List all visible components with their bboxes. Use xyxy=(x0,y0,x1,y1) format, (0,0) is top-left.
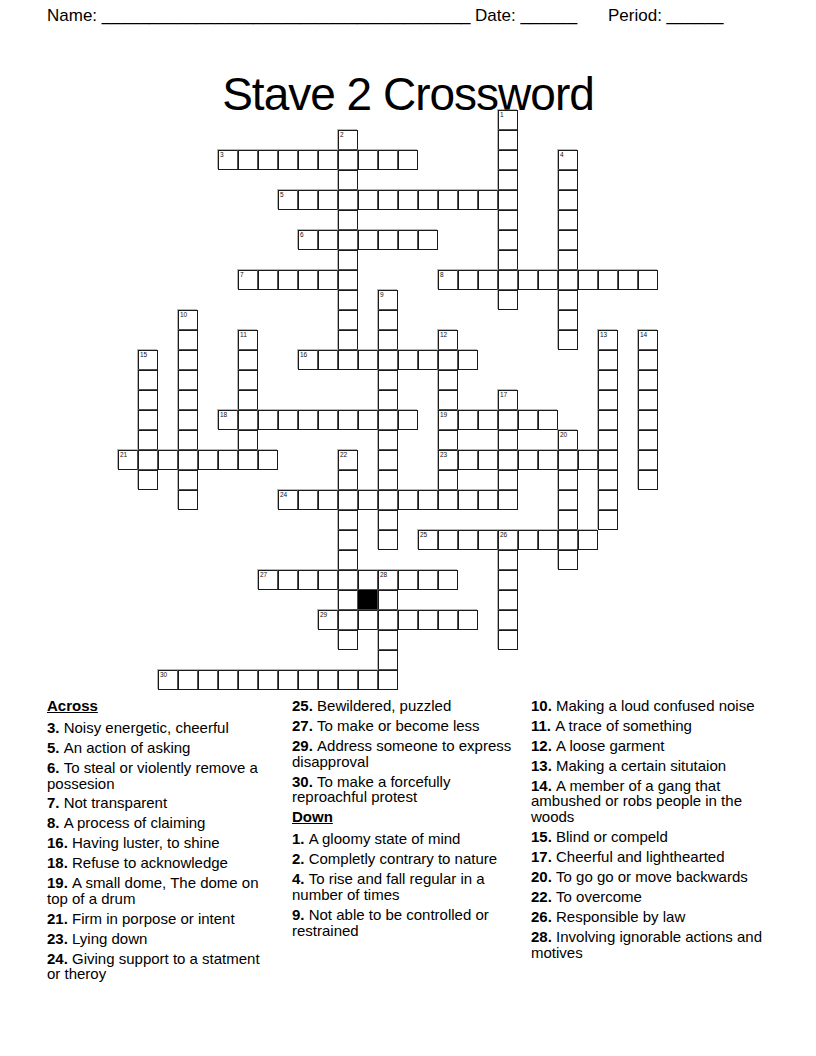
cell-r2c22[interactable]: 4 xyxy=(558,150,578,170)
cell-r18c16[interactable] xyxy=(438,470,458,490)
cell-r2c13[interactable] xyxy=(378,150,398,170)
cell-number-13: 13 xyxy=(600,331,607,338)
cell-r28c10[interactable] xyxy=(318,670,338,690)
cell-r17c6[interactable] xyxy=(238,450,258,470)
cell-r20c11[interactable] xyxy=(338,510,358,530)
clue-down-17: 17. Cheerful and lighthearted xyxy=(531,849,766,865)
cell-r15c3[interactable] xyxy=(178,410,198,430)
cell-r23c12[interactable] xyxy=(358,570,378,590)
cell-r8c20[interactable] xyxy=(518,270,538,290)
cell-r3c22[interactable] xyxy=(558,170,578,190)
cell-number-10: 10 xyxy=(180,311,187,318)
cell-r8c19[interactable] xyxy=(498,270,518,290)
cell-r28c12[interactable] xyxy=(358,670,378,690)
cell-r25c10[interactable]: 29 xyxy=(318,610,338,630)
cell-r18c1[interactable] xyxy=(138,470,158,490)
cell-r12c26[interactable] xyxy=(638,350,658,370)
clue-across-18: 18. Refuse to acknowledge xyxy=(47,855,269,871)
cell-r10c13[interactable] xyxy=(378,310,398,330)
cell-r2c6[interactable] xyxy=(238,150,258,170)
cell-r15c11[interactable] xyxy=(338,410,358,430)
cell-r10c22[interactable] xyxy=(558,310,578,330)
cell-r16c19[interactable] xyxy=(498,430,518,450)
cell-r17c1[interactable] xyxy=(138,450,158,470)
cell-r14c26[interactable] xyxy=(638,390,658,410)
cell-number-24: 24 xyxy=(280,491,287,498)
date-blank-line[interactable]: ______ xyxy=(520,6,577,25)
cell-number-18: 18 xyxy=(220,411,227,418)
cell-r8c10[interactable] xyxy=(318,270,338,290)
cell-r28c9[interactable] xyxy=(298,670,318,690)
cell-r19c22[interactable] xyxy=(558,490,578,510)
cell-r19c18[interactable] xyxy=(478,490,498,510)
cell-number-20: 20 xyxy=(560,431,567,438)
cell-r15c9[interactable] xyxy=(298,410,318,430)
cell-r14c3[interactable] xyxy=(178,390,198,410)
cell-r25c19[interactable] xyxy=(498,610,518,630)
cell-r19c3[interactable] xyxy=(178,490,198,510)
cell-r17c13[interactable] xyxy=(378,450,398,470)
clue-down-14: 14. A member of a gang that ambushed or … xyxy=(531,778,766,826)
cell-r21c13[interactable] xyxy=(378,530,398,550)
cell-number-9: 9 xyxy=(380,291,384,298)
cell-r19c9[interactable] xyxy=(298,490,318,510)
cell-r8c9[interactable] xyxy=(298,270,318,290)
cell-r19c12[interactable] xyxy=(358,490,378,510)
cell-r2c19[interactable] xyxy=(498,150,518,170)
cell-number-11: 11 xyxy=(240,331,247,338)
cell-r8c25[interactable] xyxy=(618,270,638,290)
cell-r28c13[interactable] xyxy=(378,670,398,690)
cell-r15c7[interactable] xyxy=(258,410,278,430)
cell-r6c22[interactable] xyxy=(558,230,578,250)
cell-number-3: 3 xyxy=(220,151,224,158)
cell-number-5: 5 xyxy=(280,191,284,198)
clue-down-1: 1. A gloomy state of mind xyxy=(292,831,520,847)
cell-r25c13[interactable] xyxy=(378,610,398,630)
clue-down-20: 20. To go go or move backwards xyxy=(531,869,766,885)
cell-r23c8[interactable] xyxy=(278,570,298,590)
cell-number-19: 19 xyxy=(440,411,447,418)
cell-number-14: 14 xyxy=(640,331,647,338)
cell-r12c15[interactable] xyxy=(418,350,438,370)
cell-r19c11[interactable] xyxy=(338,490,358,510)
cell-r23c16[interactable] xyxy=(438,570,458,590)
cell-r15c24[interactable] xyxy=(598,410,618,430)
cell-r7c19[interactable] xyxy=(498,250,518,270)
clue-column-2: 25. Bewildered, puzzled27. To make or be… xyxy=(292,698,520,943)
cell-r21c17[interactable] xyxy=(458,530,478,550)
clue-down-9: 9. Not able to be controlled or restrain… xyxy=(292,907,520,939)
cell-r14c19[interactable]: 17 xyxy=(498,390,518,410)
cell-r2c9[interactable] xyxy=(298,150,318,170)
cell-r12c16[interactable] xyxy=(438,350,458,370)
cell-r11c6[interactable]: 11 xyxy=(238,330,258,350)
cell-r15c19[interactable] xyxy=(498,410,518,430)
cell-r6c12[interactable] xyxy=(358,230,378,250)
cell-r23c14[interactable] xyxy=(398,570,418,590)
cell-r17c0[interactable]: 21 xyxy=(118,450,138,470)
cell-r21c21[interactable] xyxy=(538,530,558,550)
cell-r6c19[interactable] xyxy=(498,230,518,250)
cell-r3c19[interactable] xyxy=(498,170,518,190)
cell-r11c22[interactable] xyxy=(558,330,578,350)
cell-r2c7[interactable] xyxy=(258,150,278,170)
cell-r13c16[interactable] xyxy=(438,370,458,390)
cell-r12c9[interactable]: 16 xyxy=(298,350,318,370)
clue-column-1: Across3. Noisy energetic, cheerful5. An … xyxy=(47,698,269,986)
cell-r28c5[interactable] xyxy=(218,670,238,690)
cell-r25c15[interactable] xyxy=(418,610,438,630)
cell-number-4: 4 xyxy=(560,151,564,158)
cell-r16c22[interactable]: 20 xyxy=(558,430,578,450)
cell-r8c16[interactable]: 8 xyxy=(438,270,458,290)
cell-r12c13[interactable] xyxy=(378,350,398,370)
cell-r9c11[interactable] xyxy=(338,290,358,310)
cell-r1c19[interactable] xyxy=(498,130,518,150)
cell-r2c10[interactable] xyxy=(318,150,338,170)
cell-r23c7[interactable]: 27 xyxy=(258,570,278,590)
cell-r24c19[interactable] xyxy=(498,590,518,610)
cell-number-8: 8 xyxy=(440,271,444,278)
cell-r8c7[interactable] xyxy=(258,270,278,290)
cell-r12c24[interactable] xyxy=(598,350,618,370)
cell-r18c24[interactable] xyxy=(598,470,618,490)
cell-r26c11[interactable] xyxy=(338,630,358,650)
cell-r14c6[interactable] xyxy=(238,390,258,410)
cell-r17c21[interactable] xyxy=(538,450,558,470)
clue-across-21: 21. Firm in porpose or intent xyxy=(47,911,269,927)
cell-r18c26[interactable] xyxy=(638,470,658,490)
cell-r17c2[interactable] xyxy=(158,450,178,470)
cell-r2c8[interactable] xyxy=(278,150,298,170)
cell-r8c26[interactable] xyxy=(638,270,658,290)
cell-r21c11[interactable] xyxy=(338,530,358,550)
cell-r9c19[interactable] xyxy=(498,290,518,310)
cell-r6c9[interactable]: 6 xyxy=(298,230,318,250)
cell-r21c20[interactable] xyxy=(518,530,538,550)
clue-across-19: 19. A small dome, The dome on top of a d… xyxy=(47,875,269,907)
cell-r21c22[interactable] xyxy=(558,530,578,550)
cell-r4c13[interactable] xyxy=(378,190,398,210)
cell-r17c20[interactable] xyxy=(518,450,538,470)
cell-r4c18[interactable] xyxy=(478,190,498,210)
clue-down-10: 10. Making a loud confused noise xyxy=(531,698,766,714)
cell-r6c10[interactable] xyxy=(318,230,338,250)
cell-r23c9[interactable] xyxy=(298,570,318,590)
cell-r14c24[interactable] xyxy=(598,390,618,410)
cell-number-12: 12 xyxy=(440,331,447,338)
cell-r4c17[interactable] xyxy=(458,190,478,210)
cell-r11c16[interactable]: 12 xyxy=(438,330,458,350)
crossword-grid: 1234567891011121314151617181920212223242… xyxy=(118,110,658,690)
cell-r20c22[interactable] xyxy=(558,510,578,530)
cell-r4c9[interactable] xyxy=(298,190,318,210)
cell-r5c22[interactable] xyxy=(558,210,578,230)
cell-r13c26[interactable] xyxy=(638,370,658,390)
cell-r8c11[interactable] xyxy=(338,270,358,290)
cell-r15c21[interactable] xyxy=(538,410,558,430)
cell-r17c4[interactable] xyxy=(198,450,218,470)
cell-r12c17[interactable] xyxy=(458,350,478,370)
cell-r8c6[interactable]: 7 xyxy=(238,270,258,290)
cell-r14c16[interactable] xyxy=(438,390,458,410)
cell-r28c3[interactable] xyxy=(178,670,198,690)
date-label: Date: xyxy=(475,6,516,25)
cell-r19c14[interactable] xyxy=(398,490,418,510)
cell-r10c11[interactable] xyxy=(338,310,358,330)
clue-column-3: 10. Making a loud confused noise11. A tr… xyxy=(531,698,766,964)
cell-r8c24[interactable] xyxy=(598,270,618,290)
cell-r10c3[interactable]: 10 xyxy=(178,310,198,330)
cell-r9c13[interactable]: 9 xyxy=(378,290,398,310)
cell-r23c10[interactable] xyxy=(318,570,338,590)
clue-down-28: 28. Involving ignorable actions and moti… xyxy=(531,929,766,961)
clue-down-4: 4. To rise and fall regular in a number … xyxy=(292,871,520,903)
cell-r12c3[interactable] xyxy=(178,350,198,370)
cell-number-29: 29 xyxy=(320,611,327,618)
cell-r17c16[interactable]: 23 xyxy=(438,450,458,470)
period-field: Period: ______ xyxy=(608,6,723,26)
cell-r12c14[interactable] xyxy=(398,350,418,370)
cell-number-16: 16 xyxy=(300,351,307,358)
cell-r23c13[interactable]: 28 xyxy=(378,570,398,590)
cell-r16c1[interactable] xyxy=(138,430,158,450)
cell-r15c17[interactable] xyxy=(458,410,478,430)
cell-r4c16[interactable] xyxy=(438,190,458,210)
cell-r4c15[interactable] xyxy=(418,190,438,210)
cell-r4c8[interactable]: 5 xyxy=(278,190,298,210)
cell-r21c23[interactable] xyxy=(578,530,598,550)
clue-across-23: 23. Lying down xyxy=(47,931,269,947)
cell-r4c22[interactable] xyxy=(558,190,578,210)
date-field: Date: ______ xyxy=(475,6,577,26)
cell-r12c6[interactable] xyxy=(238,350,258,370)
cell-r28c7[interactable] xyxy=(258,670,278,690)
period-label: Period: xyxy=(608,6,662,25)
cell-r23c11[interactable] xyxy=(338,570,358,590)
cell-r21c18[interactable] xyxy=(478,530,498,550)
cell-r18c22[interactable] xyxy=(558,470,578,490)
period-blank-line[interactable]: ______ xyxy=(667,6,724,25)
cell-r15c20[interactable] xyxy=(518,410,538,430)
cell-r2c11[interactable] xyxy=(338,150,358,170)
cell-r23c15[interactable] xyxy=(418,570,438,590)
cell-r25c17[interactable] xyxy=(458,610,478,630)
cell-r11c13[interactable] xyxy=(378,330,398,350)
cell-r14c1[interactable] xyxy=(138,390,158,410)
cell-r24c13[interactable] xyxy=(378,590,398,610)
cell-r21c19[interactable]: 26 xyxy=(498,530,518,550)
cell-r15c13[interactable] xyxy=(378,410,398,430)
clue-across-30: 30. To make a forcefully reproachful pro… xyxy=(292,774,520,806)
cell-r19c17[interactable] xyxy=(458,490,478,510)
cell-r15c26[interactable] xyxy=(638,410,658,430)
cell-r16c6[interactable] xyxy=(238,430,258,450)
cell-r17c11[interactable]: 22 xyxy=(338,450,358,470)
cell-r24c11[interactable] xyxy=(338,590,358,610)
cell-r22c11[interactable] xyxy=(338,550,358,570)
cell-r1c11[interactable]: 2 xyxy=(338,130,358,150)
cell-r25c14[interactable] xyxy=(398,610,418,630)
cell-r15c16[interactable]: 19 xyxy=(438,410,458,430)
cell-r26c19[interactable] xyxy=(498,630,518,650)
cell-r15c10[interactable] xyxy=(318,410,338,430)
cell-r23c19[interactable] xyxy=(498,570,518,590)
clue-across-7: 7. Not transparent xyxy=(47,795,269,811)
cell-r11c3[interactable] xyxy=(178,330,198,350)
cell-number-23: 23 xyxy=(440,451,447,458)
name-label: Name: xyxy=(47,6,97,25)
cell-r19c15[interactable] xyxy=(418,490,438,510)
cell-r13c3[interactable] xyxy=(178,370,198,390)
cell-r28c6[interactable] xyxy=(238,670,258,690)
cell-r16c24[interactable] xyxy=(598,430,618,450)
cell-r17c19[interactable] xyxy=(498,450,518,470)
cell-r17c23[interactable] xyxy=(578,450,598,470)
cell-r7c22[interactable] xyxy=(558,250,578,270)
cell-r17c5[interactable] xyxy=(218,450,238,470)
cell-r4c19[interactable] xyxy=(498,190,518,210)
clue-down-12: 12. A loose garment xyxy=(531,738,766,754)
cell-r19c8[interactable]: 24 xyxy=(278,490,298,510)
clues-heading-down: Down xyxy=(292,809,520,825)
cell-r15c12[interactable] xyxy=(358,410,378,430)
cell-r5c19[interactable] xyxy=(498,210,518,230)
cell-r18c19[interactable] xyxy=(498,470,518,490)
clue-down-2: 2. Completly contrary to nature xyxy=(292,851,520,867)
cell-r8c22[interactable] xyxy=(558,270,578,290)
cell-r16c16[interactable] xyxy=(438,430,458,450)
clue-across-5: 5. An action of asking xyxy=(47,740,269,756)
cell-number-26: 26 xyxy=(500,531,507,538)
cell-r13c13[interactable] xyxy=(378,370,398,390)
cell-r19c13[interactable] xyxy=(378,490,398,510)
cell-r6c13[interactable] xyxy=(378,230,398,250)
clue-across-27: 27. To make or become less xyxy=(292,718,520,734)
cell-r18c11[interactable] xyxy=(338,470,358,490)
cell-number-7: 7 xyxy=(240,271,244,278)
cell-r5c11[interactable] xyxy=(338,210,358,230)
cell-r18c3[interactable] xyxy=(178,470,198,490)
cell-r13c1[interactable] xyxy=(138,370,158,390)
cell-r8c8[interactable] xyxy=(278,270,298,290)
cell-r27c13[interactable] xyxy=(378,650,398,670)
cell-r15c8[interactable] xyxy=(278,410,298,430)
cell-r11c24[interactable]: 13 xyxy=(598,330,618,350)
cell-r6c14[interactable] xyxy=(398,230,418,250)
cell-r4c14[interactable] xyxy=(398,190,418,210)
cell-r15c14[interactable] xyxy=(398,410,418,430)
cell-r4c10[interactable] xyxy=(318,190,338,210)
cell-r28c11[interactable] xyxy=(338,670,358,690)
cell-r4c11[interactable] xyxy=(338,190,358,210)
cell-r17c17[interactable] xyxy=(458,450,478,470)
clue-across-25: 25. Bewildered, puzzled xyxy=(292,698,520,714)
cell-r7c11[interactable] xyxy=(338,250,358,270)
cell-r15c6[interactable] xyxy=(238,410,258,430)
cell-r18c13[interactable] xyxy=(378,470,398,490)
clue-across-3: 3. Noisy energetic, cheerful xyxy=(47,720,269,736)
cell-r17c26[interactable] xyxy=(638,450,658,470)
cell-number-21: 21 xyxy=(120,451,127,458)
cell-r17c24[interactable] xyxy=(598,450,618,470)
cell-r17c18[interactable] xyxy=(478,450,498,470)
cell-r22c19[interactable] xyxy=(498,550,518,570)
cell-r11c11[interactable] xyxy=(338,330,358,350)
cell-r28c8[interactable] xyxy=(278,670,298,690)
cell-r15c18[interactable] xyxy=(478,410,498,430)
cell-number-22: 22 xyxy=(340,451,347,458)
cell-number-2: 2 xyxy=(340,131,344,138)
cell-r6c15[interactable] xyxy=(418,230,438,250)
cell-r14c13[interactable] xyxy=(378,390,398,410)
cell-number-6: 6 xyxy=(300,231,304,238)
cell-r25c16[interactable] xyxy=(438,610,458,630)
cell-r2c12[interactable] xyxy=(358,150,378,170)
cell-r15c1[interactable] xyxy=(138,410,158,430)
cell-r2c14[interactable] xyxy=(398,150,418,170)
cell-r16c26[interactable] xyxy=(638,430,658,450)
cell-r3c11[interactable] xyxy=(338,170,358,190)
cell-r11c26[interactable]: 14 xyxy=(638,330,658,350)
cell-r8c23[interactable] xyxy=(578,270,598,290)
cell-r12c10[interactable] xyxy=(318,350,338,370)
cell-r2c5[interactable]: 3 xyxy=(218,150,238,170)
cell-r19c16[interactable] xyxy=(438,490,458,510)
cell-r8c17[interactable] xyxy=(458,270,478,290)
cell-r25c11[interactable] xyxy=(338,610,358,630)
cell-r9c22[interactable] xyxy=(558,290,578,310)
clue-across-6: 6. To steal or violently remove a posses… xyxy=(47,760,269,792)
cell-r12c1[interactable]: 15 xyxy=(138,350,158,370)
cell-r26c13[interactable] xyxy=(378,630,398,650)
clues-heading-across: Across xyxy=(47,698,269,714)
cell-r17c3[interactable] xyxy=(178,450,198,470)
cell-r8c18[interactable] xyxy=(478,270,498,290)
clue-across-29: 29. Address someone to express disapprov… xyxy=(292,738,520,770)
cell-r19c10[interactable] xyxy=(318,490,338,510)
cell-r4c12[interactable] xyxy=(358,190,378,210)
cell-r12c11[interactable] xyxy=(338,350,358,370)
cell-r28c2[interactable]: 30 xyxy=(158,670,178,690)
cell-r16c13[interactable] xyxy=(378,430,398,450)
cell-r25c12[interactable] xyxy=(358,610,378,630)
cell-r20c13[interactable] xyxy=(378,510,398,530)
cell-r13c6[interactable] xyxy=(238,370,258,390)
cell-number-25: 25 xyxy=(420,531,427,538)
cell-r28c4[interactable] xyxy=(198,670,218,690)
cell-r20c24[interactable] xyxy=(598,510,618,530)
cell-r19c19[interactable] xyxy=(498,490,518,510)
cell-r6c11[interactable] xyxy=(338,230,358,250)
cell-r0c19[interactable]: 1 xyxy=(498,110,518,130)
cell-r13c24[interactable] xyxy=(598,370,618,390)
name-blank-line[interactable]: _______________________________________ xyxy=(102,6,471,25)
cell-r19c24[interactable] xyxy=(598,490,618,510)
cell-r17c22[interactable] xyxy=(558,450,578,470)
cell-r8c21[interactable] xyxy=(538,270,558,290)
cell-r16c3[interactable] xyxy=(178,430,198,450)
cell-r15c5[interactable]: 18 xyxy=(218,410,238,430)
cell-r21c16[interactable] xyxy=(438,530,458,550)
cell-r21c15[interactable]: 25 xyxy=(418,530,438,550)
cell-r17c7[interactable] xyxy=(258,450,278,470)
cell-number-27: 27 xyxy=(260,571,267,578)
clue-across-24: 24. Giving support to a statment or ther… xyxy=(47,951,269,983)
cell-r12c12[interactable] xyxy=(358,350,378,370)
cell-r22c22[interactable] xyxy=(558,550,578,570)
